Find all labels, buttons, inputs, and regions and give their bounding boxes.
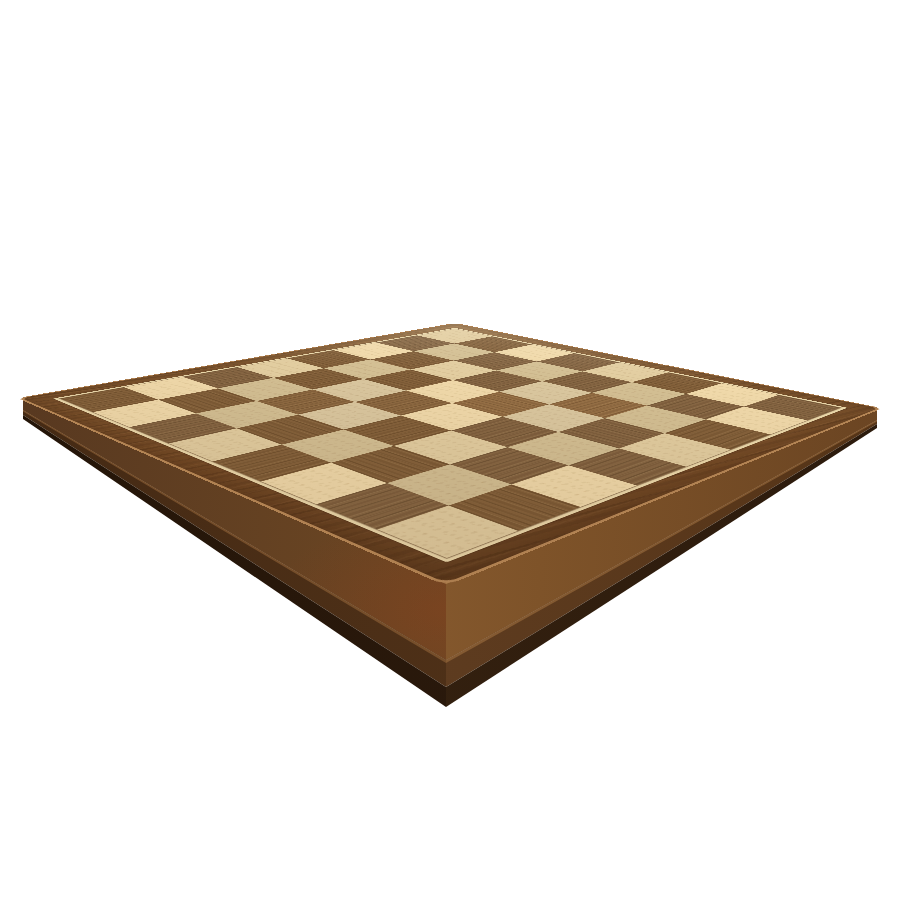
chess-board-top-face: [17, 323, 883, 586]
scene: [0, 0, 900, 900]
board-field: [60, 329, 840, 558]
